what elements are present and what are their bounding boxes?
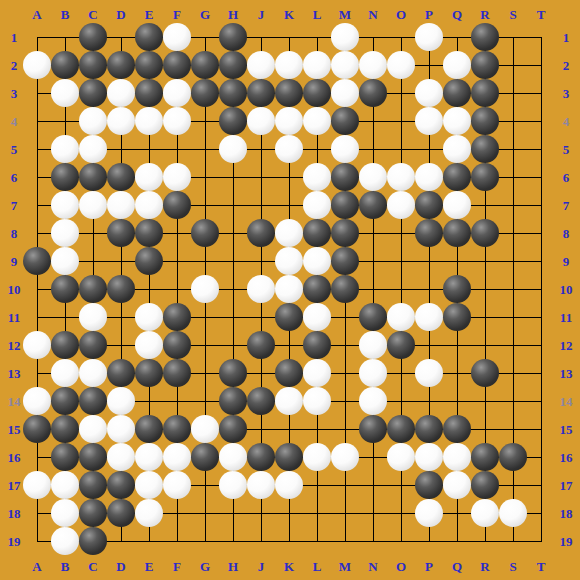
stone-white-E7 (135, 191, 163, 219)
stone-white-J2 (247, 51, 275, 79)
row-label-left: 3 (11, 87, 18, 100)
row-label-left: 18 (8, 507, 21, 520)
stone-white-L2 (303, 51, 331, 79)
row-label-right: 2 (563, 59, 570, 72)
stone-white-K17 (275, 471, 303, 499)
stone-black-B15 (51, 415, 79, 443)
row-label-right: 10 (560, 283, 573, 296)
column-label-top: R (480, 8, 489, 21)
stone-white-Q7 (443, 191, 471, 219)
row-label-left: 15 (8, 423, 21, 436)
stone-black-A15 (23, 415, 51, 443)
stone-white-J10 (247, 275, 275, 303)
stone-white-P4 (415, 107, 443, 135)
column-label-top: D (116, 8, 125, 21)
stone-black-L10 (303, 275, 331, 303)
column-label-bottom: H (228, 560, 238, 573)
stone-white-P3 (415, 79, 443, 107)
stone-black-L3 (303, 79, 331, 107)
stone-white-S18 (499, 499, 527, 527)
stone-black-Q8 (443, 219, 471, 247)
column-label-top: N (368, 8, 377, 21)
stone-black-Q3 (443, 79, 471, 107)
row-label-right: 15 (560, 423, 573, 436)
row-label-left: 2 (11, 59, 18, 72)
stone-white-E17 (135, 471, 163, 499)
row-label-left: 1 (11, 31, 18, 44)
stone-black-R13 (471, 359, 499, 387)
stone-black-G3 (191, 79, 219, 107)
stone-white-F4 (163, 107, 191, 135)
row-label-left: 7 (11, 199, 18, 212)
stone-black-N3 (359, 79, 387, 107)
stone-black-K16 (275, 443, 303, 471)
stone-white-L14 (303, 387, 331, 415)
stone-white-F6 (163, 163, 191, 191)
stone-black-D6 (107, 163, 135, 191)
stone-white-D16 (107, 443, 135, 471)
stone-black-C3 (79, 79, 107, 107)
stone-white-H5 (219, 135, 247, 163)
column-label-top: E (145, 8, 154, 21)
stone-white-K9 (275, 247, 303, 275)
stone-white-G15 (191, 415, 219, 443)
stone-black-E1 (135, 23, 163, 51)
stone-white-B9 (51, 247, 79, 275)
stone-black-R8 (471, 219, 499, 247)
stone-white-B13 (51, 359, 79, 387)
stone-white-N6 (359, 163, 387, 191)
stone-black-H13 (219, 359, 247, 387)
row-label-left: 11 (8, 311, 20, 324)
stone-black-H4 (219, 107, 247, 135)
stone-black-F12 (163, 331, 191, 359)
stone-black-B10 (51, 275, 79, 303)
column-label-top: S (509, 8, 516, 21)
stone-white-N12 (359, 331, 387, 359)
stone-black-C16 (79, 443, 107, 471)
stone-white-B8 (51, 219, 79, 247)
stone-black-M4 (331, 107, 359, 135)
stone-white-D3 (107, 79, 135, 107)
stone-white-P6 (415, 163, 443, 191)
stone-white-H16 (219, 443, 247, 471)
stone-black-E9 (135, 247, 163, 275)
stone-white-K4 (275, 107, 303, 135)
stone-white-O6 (387, 163, 415, 191)
stone-black-R3 (471, 79, 499, 107)
column-label-bottom: C (88, 560, 97, 573)
stone-white-K10 (275, 275, 303, 303)
stone-black-B12 (51, 331, 79, 359)
stone-black-D10 (107, 275, 135, 303)
stone-white-B19 (51, 527, 79, 555)
stone-white-F3 (163, 79, 191, 107)
stone-black-Q15 (443, 415, 471, 443)
row-label-right: 14 (560, 395, 573, 408)
stone-black-B6 (51, 163, 79, 191)
stone-black-J12 (247, 331, 275, 359)
stone-white-B5 (51, 135, 79, 163)
stone-black-R1 (471, 23, 499, 51)
stone-black-D17 (107, 471, 135, 499)
row-label-right: 19 (560, 535, 573, 548)
grid-line-horizontal (37, 345, 542, 346)
column-label-top: P (425, 8, 433, 21)
stone-white-D7 (107, 191, 135, 219)
stone-black-L12 (303, 331, 331, 359)
stone-white-F16 (163, 443, 191, 471)
stone-white-M2 (331, 51, 359, 79)
stone-black-D18 (107, 499, 135, 527)
stone-white-L7 (303, 191, 331, 219)
row-label-left: 9 (11, 255, 18, 268)
stone-black-Q10 (443, 275, 471, 303)
row-label-left: 12 (8, 339, 21, 352)
stone-black-B2 (51, 51, 79, 79)
stone-black-C10 (79, 275, 107, 303)
column-label-top: F (173, 8, 181, 21)
stone-black-A9 (23, 247, 51, 275)
row-label-right: 17 (560, 479, 573, 492)
stone-white-P18 (415, 499, 443, 527)
stone-white-H17 (219, 471, 247, 499)
stone-white-C13 (79, 359, 107, 387)
column-label-top: G (200, 8, 210, 21)
row-label-left: 17 (8, 479, 21, 492)
stone-black-D2 (107, 51, 135, 79)
column-label-bottom: D (116, 560, 125, 573)
column-label-top: J (258, 8, 265, 21)
stone-black-G16 (191, 443, 219, 471)
column-label-bottom: S (509, 560, 516, 573)
column-label-top: Q (452, 8, 462, 21)
stone-white-P13 (415, 359, 443, 387)
grid-line-vertical (373, 37, 374, 542)
column-label-bottom: A (32, 560, 41, 573)
column-label-top: O (396, 8, 406, 21)
stone-white-O7 (387, 191, 415, 219)
stone-black-P17 (415, 471, 443, 499)
row-label-right: 13 (560, 367, 573, 380)
row-label-right: 8 (563, 227, 570, 240)
stone-white-E11 (135, 303, 163, 331)
stone-black-R16 (471, 443, 499, 471)
column-label-top: L (313, 8, 322, 21)
row-label-right: 5 (563, 143, 570, 156)
stone-white-K5 (275, 135, 303, 163)
stone-white-J17 (247, 471, 275, 499)
column-label-bottom: O (396, 560, 406, 573)
stone-black-R6 (471, 163, 499, 191)
row-label-right: 18 (560, 507, 573, 520)
stone-black-J16 (247, 443, 275, 471)
column-label-top: M (339, 8, 351, 21)
stone-white-E12 (135, 331, 163, 359)
stone-white-C4 (79, 107, 107, 135)
stone-black-H14 (219, 387, 247, 415)
row-label-right: 1 (563, 31, 570, 44)
row-label-left: 10 (8, 283, 21, 296)
stone-white-L11 (303, 303, 331, 331)
stone-white-C15 (79, 415, 107, 443)
column-label-bottom: P (425, 560, 433, 573)
stone-black-H1 (219, 23, 247, 51)
stone-black-C17 (79, 471, 107, 499)
stone-black-Q11 (443, 303, 471, 331)
stone-black-E15 (135, 415, 163, 443)
stone-black-C1 (79, 23, 107, 51)
stone-black-S16 (499, 443, 527, 471)
stone-black-J3 (247, 79, 275, 107)
column-label-top: T (537, 8, 546, 21)
stone-white-B17 (51, 471, 79, 499)
column-label-top: C (88, 8, 97, 21)
row-label-right: 4 (563, 115, 570, 128)
row-label-left: 19 (8, 535, 21, 548)
stone-black-J8 (247, 219, 275, 247)
stone-black-B16 (51, 443, 79, 471)
stone-white-K2 (275, 51, 303, 79)
stone-white-A14 (23, 387, 51, 415)
stone-black-R2 (471, 51, 499, 79)
row-label-right: 3 (563, 87, 570, 100)
stone-black-P8 (415, 219, 443, 247)
row-label-left: 16 (8, 451, 21, 464)
stone-white-L16 (303, 443, 331, 471)
stone-black-R17 (471, 471, 499, 499)
go-board[interactable]: AABBCCDDEEFFGGHHJJKKLLMMNNOOPPQQRRSSTT11… (0, 0, 580, 580)
stone-white-M16 (331, 443, 359, 471)
stone-black-M8 (331, 219, 359, 247)
stone-black-G8 (191, 219, 219, 247)
stone-black-R4 (471, 107, 499, 135)
column-label-top: H (228, 8, 238, 21)
stone-black-N15 (359, 415, 387, 443)
column-label-top: B (61, 8, 70, 21)
stone-white-E6 (135, 163, 163, 191)
stone-black-R5 (471, 135, 499, 163)
row-label-right: 16 (560, 451, 573, 464)
stone-white-L9 (303, 247, 331, 275)
stone-white-J4 (247, 107, 275, 135)
stone-black-E8 (135, 219, 163, 247)
stone-black-M6 (331, 163, 359, 191)
stone-black-M7 (331, 191, 359, 219)
stone-black-O12 (387, 331, 415, 359)
stone-white-Q16 (443, 443, 471, 471)
grid-line-vertical (541, 37, 542, 542)
stone-black-P15 (415, 415, 443, 443)
column-label-bottom: R (480, 560, 489, 573)
row-label-left: 5 (11, 143, 18, 156)
stone-white-O16 (387, 443, 415, 471)
stone-black-C19 (79, 527, 107, 555)
stone-white-O2 (387, 51, 415, 79)
stone-white-B3 (51, 79, 79, 107)
column-label-bottom: Q (452, 560, 462, 573)
stone-white-B18 (51, 499, 79, 527)
stone-black-E13 (135, 359, 163, 387)
stone-white-L13 (303, 359, 331, 387)
column-label-bottom: B (61, 560, 70, 573)
stone-black-H15 (219, 415, 247, 443)
grid-line-horizontal (37, 541, 542, 542)
stone-black-K13 (275, 359, 303, 387)
stone-white-R18 (471, 499, 499, 527)
column-label-bottom: N (368, 560, 377, 573)
column-label-top: K (284, 8, 294, 21)
stone-white-E4 (135, 107, 163, 135)
stone-white-Q2 (443, 51, 471, 79)
stone-black-Q6 (443, 163, 471, 191)
column-label-bottom: E (145, 560, 154, 573)
stone-white-B7 (51, 191, 79, 219)
stone-white-O11 (387, 303, 415, 331)
column-label-bottom: M (339, 560, 351, 573)
stone-white-D14 (107, 387, 135, 415)
stone-white-E18 (135, 499, 163, 527)
stone-white-G10 (191, 275, 219, 303)
row-label-left: 4 (11, 115, 18, 128)
stone-white-P1 (415, 23, 443, 51)
stone-black-M10 (331, 275, 359, 303)
column-label-bottom: T (537, 560, 546, 573)
row-label-left: 6 (11, 171, 18, 184)
stone-white-Q17 (443, 471, 471, 499)
stone-white-Q5 (443, 135, 471, 163)
stone-white-P16 (415, 443, 443, 471)
row-label-right: 6 (563, 171, 570, 184)
stone-white-N2 (359, 51, 387, 79)
column-label-top: A (32, 8, 41, 21)
stone-black-D13 (107, 359, 135, 387)
stone-black-F15 (163, 415, 191, 443)
stone-white-A17 (23, 471, 51, 499)
stone-white-A12 (23, 331, 51, 359)
column-label-bottom: L (313, 560, 322, 573)
row-label-right: 7 (563, 199, 570, 212)
stone-black-F2 (163, 51, 191, 79)
stone-black-H3 (219, 79, 247, 107)
stone-black-K11 (275, 303, 303, 331)
row-label-right: 12 (560, 339, 573, 352)
stone-white-K14 (275, 387, 303, 415)
row-label-right: 11 (560, 311, 572, 324)
stone-white-F1 (163, 23, 191, 51)
stone-black-P7 (415, 191, 443, 219)
stone-white-M1 (331, 23, 359, 51)
stone-white-F17 (163, 471, 191, 499)
row-label-right: 9 (563, 255, 570, 268)
stone-black-E2 (135, 51, 163, 79)
stone-white-C7 (79, 191, 107, 219)
stone-white-N13 (359, 359, 387, 387)
stone-white-E16 (135, 443, 163, 471)
stone-black-C2 (79, 51, 107, 79)
stone-black-C18 (79, 499, 107, 527)
stone-white-D4 (107, 107, 135, 135)
stone-black-E3 (135, 79, 163, 107)
stone-white-C11 (79, 303, 107, 331)
column-label-bottom: G (200, 560, 210, 573)
stone-black-H2 (219, 51, 247, 79)
row-label-left: 8 (11, 227, 18, 240)
stone-white-A2 (23, 51, 51, 79)
stone-white-N14 (359, 387, 387, 415)
stone-black-L8 (303, 219, 331, 247)
column-label-bottom: K (284, 560, 294, 573)
stone-white-K8 (275, 219, 303, 247)
stone-black-J14 (247, 387, 275, 415)
row-label-left: 13 (8, 367, 21, 380)
column-label-bottom: J (258, 560, 265, 573)
stone-black-N7 (359, 191, 387, 219)
stone-black-F13 (163, 359, 191, 387)
row-label-left: 14 (8, 395, 21, 408)
column-label-bottom: F (173, 560, 181, 573)
stone-white-M3 (331, 79, 359, 107)
stone-black-O15 (387, 415, 415, 443)
stone-black-B14 (51, 387, 79, 415)
stone-white-L6 (303, 163, 331, 191)
stone-white-P11 (415, 303, 443, 331)
stone-white-D15 (107, 415, 135, 443)
stone-black-M9 (331, 247, 359, 275)
stone-white-L4 (303, 107, 331, 135)
stone-black-G2 (191, 51, 219, 79)
stone-black-N11 (359, 303, 387, 331)
stone-white-C5 (79, 135, 107, 163)
stone-black-F7 (163, 191, 191, 219)
stone-black-C12 (79, 331, 107, 359)
stone-black-K3 (275, 79, 303, 107)
stone-black-F11 (163, 303, 191, 331)
stone-white-Q4 (443, 107, 471, 135)
stone-white-M5 (331, 135, 359, 163)
stone-black-C6 (79, 163, 107, 191)
stone-black-D8 (107, 219, 135, 247)
stone-black-C14 (79, 387, 107, 415)
